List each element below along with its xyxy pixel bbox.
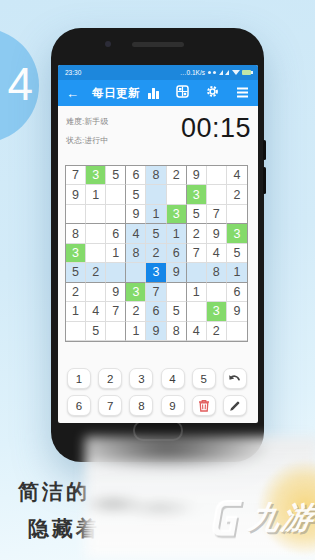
- cell-r3c1[interactable]: [66, 205, 86, 224]
- phone-screen: 23:30 …0.1K/s ← 每日更新: [58, 65, 258, 423]
- board-icon[interactable]: [176, 84, 189, 102]
- cell-r4c6[interactable]: 1: [167, 224, 187, 243]
- signal-icon: [219, 70, 223, 75]
- watermark-logo-icon: [208, 498, 249, 538]
- cell-r5c6[interactable]: 6: [167, 244, 187, 263]
- cell-r5c4[interactable]: 8: [126, 244, 146, 263]
- numpad-row-1: 12345: [67, 368, 247, 389]
- cell-r6c1[interactable]: 5: [66, 263, 86, 282]
- cell-r4c9[interactable]: 3: [227, 224, 247, 243]
- cell-r6c2[interactable]: 2: [86, 263, 106, 282]
- watermark: 九游: [208, 497, 315, 539]
- numpad-row-2: 6789: [67, 395, 247, 416]
- cell-r7c7[interactable]: 1: [187, 283, 207, 302]
- cell-r9c2[interactable]: 5: [86, 322, 106, 341]
- cell-r1c9[interactable]: 4: [227, 166, 247, 185]
- volume-button[interactable]: [263, 140, 266, 160]
- numpad-2[interactable]: 2: [98, 368, 122, 389]
- cell-r4c1[interactable]: 8: [66, 224, 86, 243]
- wifi-icon: [232, 70, 240, 75]
- speaker-grille: [132, 42, 184, 47]
- signal2-icon: [225, 70, 229, 75]
- cell-r2c3[interactable]: [106, 185, 126, 204]
- sudoku-grid: 7356829491532913578645129331826745523981…: [65, 165, 248, 342]
- cell-r9c1[interactable]: [66, 322, 86, 341]
- undo-button[interactable]: [223, 368, 247, 389]
- cell-r5c1[interactable]: 3: [66, 244, 86, 263]
- cell-r2c4[interactable]: 5: [126, 185, 146, 204]
- cell-r2c7[interactable]: 3: [187, 185, 207, 204]
- status-label: 状态:进行中: [66, 135, 108, 146]
- cell-r1c3[interactable]: 5: [106, 166, 126, 185]
- number-pad: 12345 6789: [67, 368, 247, 422]
- numpad-9[interactable]: 9: [161, 395, 185, 416]
- cell-r6c7[interactable]: [187, 263, 207, 282]
- bar-chart-icon[interactable]: [148, 88, 159, 99]
- cell-r3c5[interactable]: 1: [146, 205, 166, 224]
- cell-r3c6[interactable]: 3: [167, 205, 187, 224]
- settings-gear-icon[interactable]: [206, 84, 219, 102]
- cell-r8c7[interactable]: [187, 302, 207, 321]
- cell-r6c5[interactable]: 3: [146, 263, 166, 282]
- cell-r1c6[interactable]: 2: [167, 166, 187, 185]
- cell-r8c8[interactable]: 3: [207, 302, 227, 321]
- cell-r9c7[interactable]: 4: [187, 322, 207, 341]
- cell-r2c2[interactable]: 1: [86, 185, 106, 204]
- battery-icon: [242, 70, 251, 75]
- front-camera: [105, 41, 111, 47]
- cell-r7c1[interactable]: 2: [66, 283, 86, 302]
- cell-r6c4[interactable]: [126, 263, 146, 282]
- timer: 00:15: [181, 113, 251, 144]
- cell-r3c9[interactable]: [227, 205, 247, 224]
- cell-r2c9[interactable]: 2: [227, 185, 247, 204]
- app-bar: ← 每日更新: [58, 80, 258, 106]
- cell-r4c7[interactable]: 2: [187, 224, 207, 243]
- clock: 23:30: [65, 69, 81, 76]
- cell-r4c4[interactable]: 4: [126, 224, 146, 243]
- power-button[interactable]: [263, 167, 266, 194]
- step-number: 4: [7, 56, 33, 110]
- cell-r9c4[interactable]: 1: [126, 322, 146, 341]
- numpad-4[interactable]: 4: [161, 368, 185, 389]
- cell-r7c4[interactable]: 3: [126, 283, 146, 302]
- cell-r1c1[interactable]: 7: [66, 166, 86, 185]
- back-arrow-icon[interactable]: ←: [66, 87, 79, 100]
- difficulty-label: 难度:新手级: [66, 116, 108, 127]
- numpad-1[interactable]: 1: [67, 368, 91, 389]
- cell-r4c8[interactable]: 9: [207, 224, 227, 243]
- cell-r4c3[interactable]: 6: [106, 224, 126, 243]
- cell-r5c7[interactable]: 7: [187, 244, 207, 263]
- cell-r7c5[interactable]: 7: [146, 283, 166, 302]
- cell-r1c2[interactable]: 3: [86, 166, 106, 185]
- cell-r3c3[interactable]: [106, 205, 126, 224]
- cell-r8c6[interactable]: 5: [167, 302, 187, 321]
- cell-r3c4[interactable]: 9: [126, 205, 146, 224]
- cell-r9c9[interactable]: [227, 322, 247, 341]
- cell-r2c6[interactable]: [167, 185, 187, 204]
- numpad-3[interactable]: 3: [129, 368, 153, 389]
- cell-r5c8[interactable]: 4: [207, 244, 227, 263]
- numpad-8[interactable]: 8: [129, 395, 153, 416]
- bluetooth-icon: [208, 71, 211, 74]
- numpad-5[interactable]: 5: [192, 368, 216, 389]
- net-speed: …0.1K/s: [180, 69, 205, 76]
- cell-r1c5[interactable]: 8: [146, 166, 166, 185]
- cell-r9c5[interactable]: 9: [146, 322, 166, 341]
- cell-r5c2[interactable]: [86, 244, 106, 263]
- cell-r4c5[interactable]: 5: [146, 224, 166, 243]
- step-number-badge: 4: [0, 28, 39, 143]
- cell-r9c8[interactable]: 2: [207, 322, 227, 341]
- cell-r8c4[interactable]: 2: [126, 302, 146, 321]
- cell-r3c8[interactable]: 7: [207, 205, 227, 224]
- cell-r9c3[interactable]: [106, 322, 126, 341]
- cell-r3c7[interactable]: 5: [187, 205, 207, 224]
- numpad-7[interactable]: 7: [98, 395, 122, 416]
- cell-r7c8[interactable]: [207, 283, 227, 302]
- cell-r5c3[interactable]: 1: [106, 244, 126, 263]
- menu-icon[interactable]: [236, 84, 249, 102]
- cell-r4c2[interactable]: [86, 224, 106, 243]
- trash-button[interactable]: [192, 395, 216, 416]
- status-bar: 23:30 …0.1K/s: [58, 65, 258, 80]
- cell-r5c5[interactable]: 2: [146, 244, 166, 263]
- numpad-6[interactable]: 6: [67, 395, 91, 416]
- cell-r7c3[interactable]: 9: [106, 283, 126, 302]
- game-info-panel: 难度:新手级 状态:进行中 00:15: [58, 106, 258, 165]
- cell-r1c8[interactable]: [207, 166, 227, 185]
- cell-r6c9[interactable]: 1: [227, 263, 247, 282]
- watermark-text: 九游: [245, 497, 315, 539]
- cell-r3c2[interactable]: [86, 205, 106, 224]
- cell-r6c8[interactable]: 8: [207, 263, 227, 282]
- cell-r8c3[interactable]: 7: [106, 302, 126, 321]
- cell-r8c2[interactable]: 4: [86, 302, 106, 321]
- caption-line-1: 简洁的: [18, 478, 90, 506]
- cell-r5c9[interactable]: 5: [227, 244, 247, 263]
- cell-r8c9[interactable]: 9: [227, 302, 247, 321]
- cell-r9c6[interactable]: 8: [167, 322, 187, 341]
- cell-r6c6[interactable]: 9: [167, 263, 187, 282]
- cell-r7c2[interactable]: [86, 283, 106, 302]
- phone-mockup: 23:30 …0.1K/s ← 每日更新: [51, 28, 264, 462]
- alarm-icon: [213, 71, 216, 74]
- cell-r6c3[interactable]: [106, 263, 126, 282]
- cell-r2c1[interactable]: 9: [66, 185, 86, 204]
- cell-r8c5[interactable]: 6: [146, 302, 166, 321]
- cell-r1c7[interactable]: 9: [187, 166, 207, 185]
- app-title: 每日更新: [92, 86, 140, 101]
- cell-r7c6[interactable]: [167, 283, 187, 302]
- cell-r8c1[interactable]: 1: [66, 302, 86, 321]
- cell-r1c4[interactable]: 6: [126, 166, 146, 185]
- cell-r2c8[interactable]: [207, 185, 227, 204]
- cell-r7c9[interactable]: 6: [227, 283, 247, 302]
- pencil-button[interactable]: [223, 395, 247, 416]
- cell-r2c5[interactable]: [146, 185, 166, 204]
